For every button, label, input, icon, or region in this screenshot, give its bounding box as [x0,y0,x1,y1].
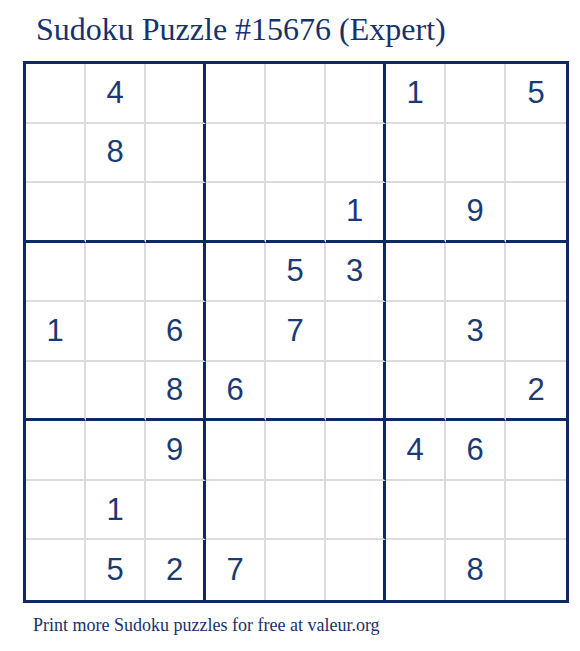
cell-r3c6: 1 [326,183,386,243]
cell-r1c9: 5 [506,64,566,124]
cell-r1c3 [146,64,206,124]
cell-r3c7 [386,183,446,243]
given-digit: 6 [466,432,483,468]
given-digit: 3 [346,253,363,289]
given-digit: 6 [166,313,183,349]
given-digit: 3 [466,313,483,349]
given-digit: 8 [106,134,123,170]
cell-r4c6: 3 [326,243,386,303]
cell-r6c2 [86,362,146,422]
cell-r6c4: 6 [206,362,266,422]
sudoku-board: 41581953167386294615278 [23,61,569,603]
cell-r7c6 [326,421,386,481]
cell-r5c1: 1 [26,302,86,362]
given-digit: 4 [106,75,123,111]
cell-r3c1 [26,183,86,243]
cell-r2c1 [26,124,86,184]
cell-r8c1 [26,481,86,541]
cell-r2c9 [506,124,566,184]
cell-r8c4 [206,481,266,541]
cell-r4c1 [26,243,86,303]
cell-r2c8 [446,124,506,184]
cell-r3c3 [146,183,206,243]
given-digit: 7 [286,313,303,349]
cell-r8c2: 1 [86,481,146,541]
cell-r6c3: 8 [146,362,206,422]
cell-r1c7: 1 [386,64,446,124]
cell-r7c3: 9 [146,421,206,481]
cell-r5c9 [506,302,566,362]
cell-r9c7 [386,540,446,600]
cell-r6c6 [326,362,386,422]
cell-r7c8: 6 [446,421,506,481]
cell-r4c8 [446,243,506,303]
cell-r8c3 [146,481,206,541]
given-digit: 5 [286,253,303,289]
cell-r2c2: 8 [86,124,146,184]
given-digit: 2 [166,552,183,588]
cell-r3c5 [266,183,326,243]
cell-r7c7: 4 [386,421,446,481]
cell-r3c4 [206,183,266,243]
cell-r4c5: 5 [266,243,326,303]
cell-r1c8 [446,64,506,124]
cell-r6c8 [446,362,506,422]
cell-r3c8: 9 [446,183,506,243]
given-digit: 7 [226,552,243,588]
cell-r7c5 [266,421,326,481]
cell-r6c5 [266,362,326,422]
given-digit: 9 [166,432,183,468]
cell-r4c3 [146,243,206,303]
cell-r9c2: 5 [86,540,146,600]
cell-r7c2 [86,421,146,481]
given-digit: 4 [406,432,423,468]
given-digit: 5 [527,75,544,111]
cell-r2c4 [206,124,266,184]
cell-r8c6 [326,481,386,541]
cell-r5c8: 3 [446,302,506,362]
cell-r7c9 [506,421,566,481]
given-digit: 9 [466,193,483,229]
cell-r9c5 [266,540,326,600]
cell-r5c5: 7 [266,302,326,362]
footer-text: Print more Sudoku puzzles for free at va… [33,615,380,636]
cell-r8c7 [386,481,446,541]
cell-r8c5 [266,481,326,541]
cell-r8c8 [446,481,506,541]
cell-r9c8: 8 [446,540,506,600]
cell-r1c6 [326,64,386,124]
cell-r1c5 [266,64,326,124]
cell-r4c7 [386,243,446,303]
page-title: Sudoku Puzzle #15676 (Expert) [36,11,446,48]
cell-r2c3 [146,124,206,184]
cell-r4c4 [206,243,266,303]
sudoku-page: Sudoku Puzzle #15676 (Expert) 4158195316… [0,0,580,651]
cell-r6c1 [26,362,86,422]
cell-r4c9 [506,243,566,303]
given-digit: 8 [166,372,183,408]
given-digit: 8 [466,552,483,588]
cell-r4c2 [86,243,146,303]
cell-r9c9 [506,540,566,600]
cell-r2c6 [326,124,386,184]
cell-r8c9 [506,481,566,541]
cell-r5c6 [326,302,386,362]
given-digit: 6 [226,372,243,408]
given-digit: 2 [527,372,544,408]
cell-r9c1 [26,540,86,600]
cell-r3c2 [86,183,146,243]
cell-r2c5 [266,124,326,184]
cell-r6c9: 2 [506,362,566,422]
cell-r2c7 [386,124,446,184]
cell-r1c2: 4 [86,64,146,124]
given-digit: 1 [106,492,123,528]
cell-r9c3: 2 [146,540,206,600]
cell-r1c1 [26,64,86,124]
given-digit: 5 [106,552,123,588]
cell-r6c7 [386,362,446,422]
cell-r5c4 [206,302,266,362]
cell-r9c6 [326,540,386,600]
given-digit: 1 [346,193,363,229]
given-digit: 1 [46,313,63,349]
cell-r3c9 [506,183,566,243]
cell-r7c4 [206,421,266,481]
cell-r5c3: 6 [146,302,206,362]
cell-r7c1 [26,421,86,481]
cell-r5c2 [86,302,146,362]
given-digit: 1 [406,75,423,111]
cell-r1c4 [206,64,266,124]
cell-r5c7 [386,302,446,362]
cell-r9c4: 7 [206,540,266,600]
